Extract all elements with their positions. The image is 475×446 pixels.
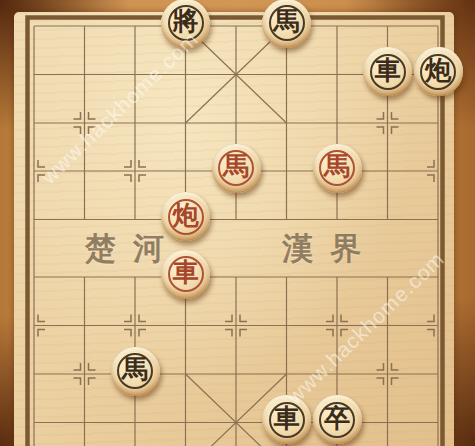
piece-black-general[interactable]: 將 (161, 0, 210, 48)
piece-character: 炮 (425, 58, 451, 84)
piece-black-cannon[interactable]: 炮 (414, 47, 463, 96)
piece-black-horse[interactable]: 馬 (111, 347, 160, 396)
piece-character: 馬 (324, 154, 350, 180)
piece-red-chariot[interactable]: 車 (161, 250, 210, 299)
piece-character: 馬 (223, 154, 249, 180)
piece-character: 車 (173, 260, 199, 286)
piece-black-chariot[interactable]: 車 (363, 47, 412, 96)
piece-black-horse[interactable]: 馬 (262, 0, 311, 48)
piece-character: 馬 (274, 9, 300, 35)
piece-red-cannon[interactable]: 炮 (161, 192, 210, 241)
piece-black-soldier[interactable]: 卒 (313, 395, 362, 444)
river-label-right: 漢界 (282, 228, 378, 270)
piece-black-chariot[interactable]: 車 (262, 395, 311, 444)
xiangqi-board-screenshot: 楚河 漢界 將馬車炮馬馬炮車馬車卒 www.hackhome.com www.h… (0, 0, 475, 446)
piece-character: 車 (274, 406, 300, 432)
piece-character: 卒 (324, 406, 350, 432)
piece-character: 將 (173, 9, 199, 35)
piece-character: 車 (375, 58, 401, 84)
piece-character: 馬 (122, 357, 148, 383)
piece-red-horse[interactable]: 馬 (212, 144, 261, 193)
piece-red-horse[interactable]: 馬 (313, 144, 362, 193)
piece-character: 炮 (173, 203, 199, 229)
